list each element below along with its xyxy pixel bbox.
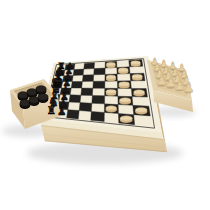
square-e1 — [91, 111, 105, 121]
chess-set-product-photo: ♟♟♟♟♟♟♟♟♟♟♟♟♟♟♟♟♜♟♞♟♝♟♚♟♛♟♝♟♞♟♜♟ — [0, 0, 210, 210]
square-e7 — [94, 68, 105, 75]
black-rook-a1: ♜ — [47, 104, 57, 117]
square-d4 — [81, 88, 93, 95]
square-c3 — [69, 95, 81, 103]
square-d2 — [79, 103, 92, 112]
light-checker-g3 — [119, 98, 130, 103]
light-checker-g1 — [120, 116, 132, 121]
light-checker-f2 — [106, 106, 117, 111]
light-checker-h4 — [134, 90, 145, 95]
square-c1 — [67, 110, 80, 119]
square-c5 — [71, 81, 82, 88]
square-e5 — [93, 81, 105, 88]
light-checker-f4 — [106, 89, 116, 93]
light-checker-h2 — [135, 107, 147, 112]
light-checker-f8 — [106, 62, 115, 66]
white-piece-in-tray: ♟ — [183, 80, 195, 95]
light-checker-g5 — [119, 82, 130, 86]
square-d6 — [82, 75, 93, 82]
square-d8 — [84, 63, 95, 69]
light-checker-g7 — [118, 68, 128, 72]
square-e3 — [92, 95, 105, 103]
dark-checker-top — [36, 86, 47, 93]
square-c7 — [73, 69, 84, 75]
light-checker-f6 — [106, 75, 116, 79]
black-pawn-b1: ♟ — [57, 105, 66, 117]
light-checker-h8 — [131, 61, 141, 65]
game-box-scene: ♟♟♟♟♟♟♟♟♟♟♟♟♟♟♟♟♜♟♞♟♝♟♚♟♛♟♝♟♞♟♜♟ — [0, 0, 210, 210]
light-checker-h6 — [132, 74, 142, 78]
